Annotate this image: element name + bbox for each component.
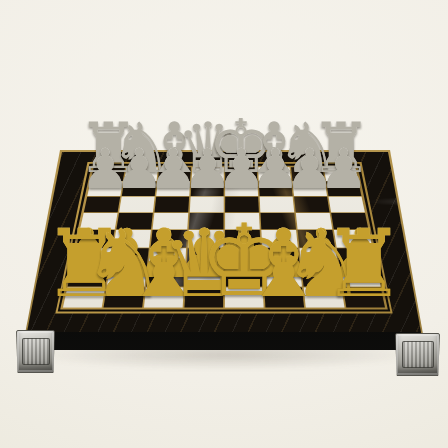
pieces-layer: ♜♞♝♛♚♝♞♜♟♟♟♟♟♟♟♟♟♟♟♟♟♟♟♟♜♞♝♛♚♝♞♜ (0, 0, 448, 448)
piece-white-gold-rook[interactable]: ♜ (322, 216, 406, 310)
chess-set-photo: ♜♞♝♛♚♝♞♜♟♟♟♟♟♟♟♟♟♟♟♟♟♟♟♟♜♞♝♛♚♝♞♜ (0, 0, 448, 448)
piece-black-silver-pawn[interactable]: ♟ (319, 142, 368, 197)
